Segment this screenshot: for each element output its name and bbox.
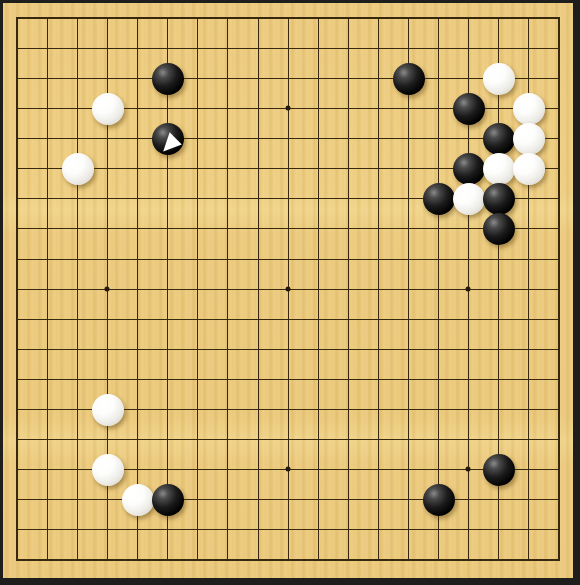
grid-line-horizontal: [17, 379, 558, 380]
black-stone: [453, 153, 485, 185]
star-point: [285, 467, 290, 472]
last-move-triangle-marker: [152, 123, 184, 155]
grid-line-horizontal: [17, 529, 558, 530]
black-stone: [152, 484, 184, 516]
star-point: [285, 286, 290, 291]
black-stone: [483, 123, 515, 155]
grid-line-horizontal: [17, 319, 558, 320]
white-stone: [122, 484, 154, 516]
white-stone: [513, 123, 545, 155]
black-stone: [483, 213, 515, 245]
black-stone: [453, 93, 485, 125]
board-frame: [0, 0, 580, 585]
black-stone: [393, 63, 425, 95]
grid-line-horizontal: [17, 499, 558, 500]
grid-line-vertical: [438, 18, 439, 559]
white-stone: [513, 93, 545, 125]
grid-line-horizontal: [17, 439, 558, 440]
star-point: [466, 467, 471, 472]
grid-line-vertical: [348, 18, 349, 559]
black-stone: [152, 63, 184, 95]
white-stone: [92, 93, 124, 125]
white-stone: [92, 394, 124, 426]
black-stone: [423, 183, 455, 215]
white-stone: [453, 183, 485, 215]
marked-black-stone: [152, 123, 184, 155]
white-stone: [483, 63, 515, 95]
white-stone: [92, 454, 124, 486]
go-board[interactable]: [3, 3, 573, 578]
star-point: [105, 286, 110, 291]
star-point: [285, 106, 290, 111]
white-stone: [513, 153, 545, 185]
black-stone: [423, 484, 455, 516]
grid-line-vertical: [408, 18, 409, 559]
grid-line-vertical: [318, 18, 319, 559]
white-stone: [62, 153, 94, 185]
grid-line-horizontal: [17, 349, 558, 350]
grid-line-vertical: [378, 18, 379, 559]
black-stone: [483, 454, 515, 486]
star-point: [466, 286, 471, 291]
white-stone: [483, 153, 515, 185]
black-stone: [483, 183, 515, 215]
